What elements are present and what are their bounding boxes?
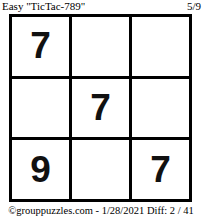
- page-indicator: 5/9: [187, 0, 202, 12]
- cell-r1c2[interactable]: [72, 17, 129, 76]
- cell-r3c1: 9: [12, 140, 69, 199]
- puzzle-title: Easy "TicTac-789": [0, 0, 85, 12]
- tictac-board: 7 7 9 7: [9, 14, 192, 202]
- cell-r3c2[interactable]: [72, 140, 129, 199]
- cell-r1c3[interactable]: [132, 17, 189, 76]
- cell-r2c3[interactable]: [132, 79, 189, 138]
- cell-r3c3: 7: [132, 140, 189, 199]
- copyright-credit: ©grouppuzzles.com - 1/28/2021 Diff: 2 / …: [0, 204, 202, 218]
- cell-r1c1: 7: [12, 17, 69, 76]
- header-bar: Easy "TicTac-789" 5/9: [0, 0, 202, 13]
- cell-r2c1[interactable]: [12, 79, 69, 138]
- cell-r2c2: 7: [72, 79, 129, 138]
